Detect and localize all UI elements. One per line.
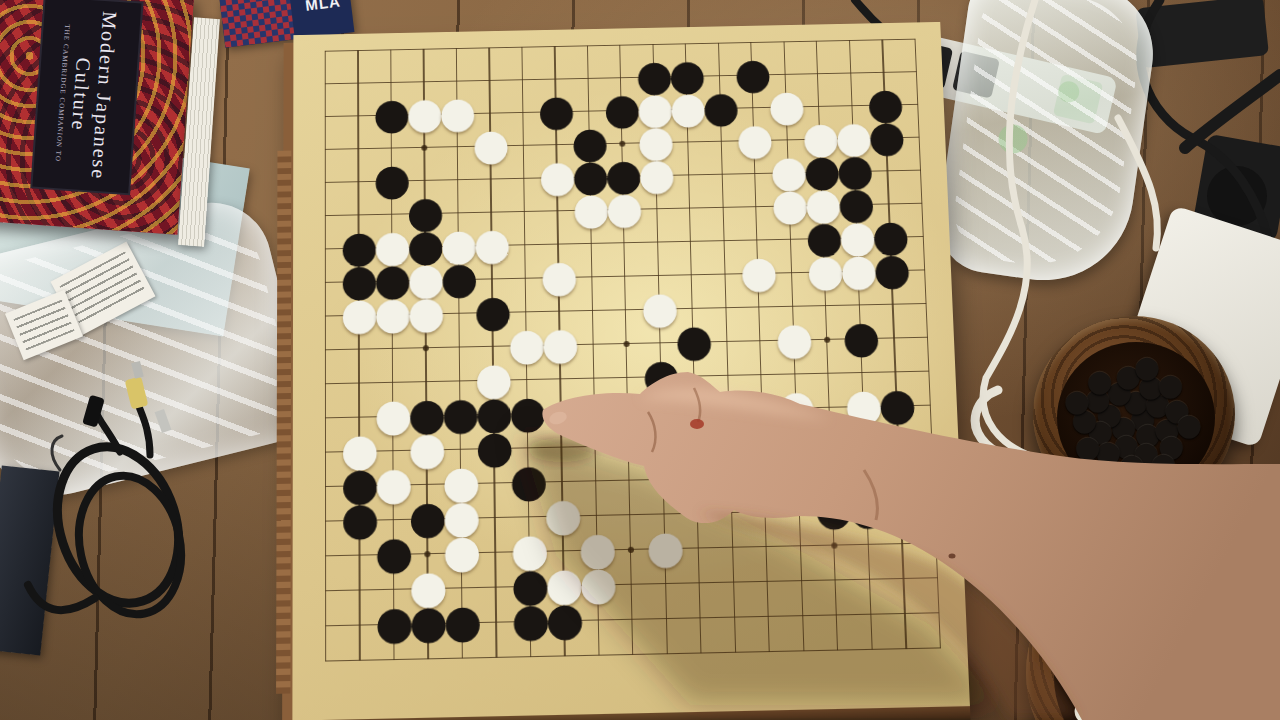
white-stone: ● <box>374 466 410 503</box>
black-stone: ● <box>373 163 409 199</box>
white-stone: ● <box>442 534 479 572</box>
black-stone: ● <box>872 252 909 288</box>
white-stone: ● <box>572 192 608 228</box>
white-stone: ● <box>605 191 641 227</box>
star-point <box>421 144 427 150</box>
star-point <box>423 345 429 351</box>
black-stone: ● <box>814 491 852 528</box>
white-stone: ● <box>340 297 376 333</box>
black-stone: ● <box>675 323 712 360</box>
white-bowl-stone: ● <box>1167 595 1197 629</box>
black-stone: ● <box>537 94 573 129</box>
white-stone: ● <box>374 397 410 434</box>
black-stone: ● <box>474 294 510 330</box>
bowl-black-stones: ●●●●●●●●●●●●●●●●●●●●●●●●●● <box>1057 342 1215 494</box>
white-stone: ● <box>779 457 816 494</box>
black-stone: ● <box>375 605 412 643</box>
black-stone: ● <box>508 395 545 432</box>
book-mla-pattern <box>220 0 295 48</box>
black-stone: ● <box>841 320 878 357</box>
black-bowl-stone: ● <box>1157 370 1183 400</box>
black-stone: ● <box>341 501 377 538</box>
white-stone: ● <box>408 431 444 468</box>
video-frame: THE CAMBRIDGE COMPANION TO Modern Japane… <box>0 0 1280 720</box>
white-stone: ● <box>439 96 475 131</box>
go-board[interactable]: ●●●●●●●●●●●●●●●●●●●●●●●●●●●●●●●●●●●●●●●●… <box>292 22 970 720</box>
white-stone: ● <box>640 290 677 326</box>
white-bowl-stone: ● <box>1185 705 1215 720</box>
white-stone: ● <box>579 566 616 604</box>
white-stone: ● <box>544 497 581 534</box>
white-stone: ● <box>669 91 705 126</box>
black-stone: ● <box>511 602 548 640</box>
black-bowl-stone: ● <box>1134 352 1160 382</box>
black-stone: ● <box>373 97 409 132</box>
black-stone: ● <box>642 358 679 395</box>
white-stone: ● <box>777 389 814 426</box>
paper-text-lines <box>14 299 75 350</box>
black-bowl-stone: ● <box>1176 410 1202 440</box>
white-stone: ● <box>407 295 443 331</box>
black-stone: ● <box>440 261 476 297</box>
white-stone: ● <box>775 321 812 358</box>
book-modern-japanese-culture: THE CAMBRIDGE COMPANION TO Modern Japane… <box>0 0 194 235</box>
black-bowl-stone: ● <box>1086 366 1112 396</box>
white-stone: ● <box>473 227 509 263</box>
white-stone: ● <box>540 259 576 295</box>
white-bowl-stone: ● <box>1150 712 1180 720</box>
black-stone: ● <box>734 57 770 92</box>
star-point <box>619 140 625 146</box>
star-point <box>824 336 830 342</box>
black-stone: ● <box>408 500 445 537</box>
black-bowl-stone: ● <box>1150 449 1176 479</box>
white-stone: ● <box>472 128 508 164</box>
black-bowl-stone: ● <box>1119 450 1145 480</box>
star-point <box>831 542 837 548</box>
go-bowl-black: ●●●●●●●●●●●●●●●●●●●●●●●●●● <box>1033 316 1235 512</box>
white-stone: ● <box>739 255 776 291</box>
white-bowl-stone: ● <box>1101 604 1131 638</box>
white-stone: ● <box>507 327 543 364</box>
black-stone: ● <box>375 535 412 573</box>
book-title-box: THE CAMBRIDGE COMPANION TO Modern Japane… <box>32 0 141 193</box>
book-title: Modern Japanese Culture <box>63 0 122 192</box>
black-stone: ● <box>441 396 477 433</box>
white-stone: ● <box>771 188 808 224</box>
white-bowl-stone: ● <box>1212 678 1242 712</box>
black-stone: ● <box>509 463 546 500</box>
black-stone: ● <box>409 604 446 642</box>
white-stone: ● <box>374 296 410 332</box>
white-bowl-stone: ● <box>1068 629 1098 663</box>
black-stone: ● <box>545 601 582 639</box>
white-stone: ● <box>541 326 578 363</box>
go-board-grid[interactable]: ●●●●●●●●●●●●●●●●●●●●●●●●●●●●●●●●●●●●●●●●… <box>325 39 941 662</box>
star-point <box>624 340 630 346</box>
star-point <box>424 551 430 557</box>
black-bowl-stone: ● <box>1064 386 1090 416</box>
black-stone: ● <box>848 490 886 527</box>
black-bowl-stone: ● <box>1075 432 1101 462</box>
white-bowl-stone: ● <box>1073 691 1103 720</box>
white-stone: ● <box>806 253 843 289</box>
white-bowl-stone: ● <box>1140 601 1170 635</box>
white-stone: ● <box>839 253 876 289</box>
book-mla-label: MLA <box>304 0 341 14</box>
white-stone: ● <box>646 529 683 567</box>
black-stone: ● <box>475 430 512 467</box>
white-stone: ● <box>406 96 442 131</box>
white-stone: ● <box>538 159 574 195</box>
black-stone: ● <box>603 92 639 127</box>
white-bowl-stone: ● <box>1217 638 1247 672</box>
black-stone: ● <box>443 603 480 641</box>
white-stone: ● <box>736 122 772 158</box>
black-stone: ● <box>702 90 738 125</box>
star-point <box>628 546 634 552</box>
